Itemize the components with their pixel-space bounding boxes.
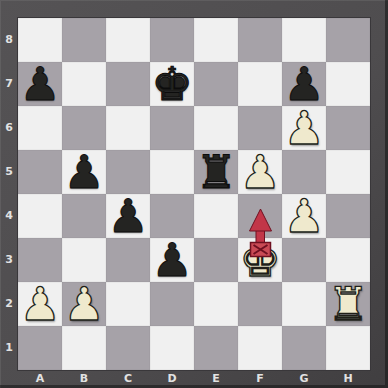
square-c1[interactable] [106, 326, 150, 370]
square-g6[interactable]: ♟ [282, 106, 326, 150]
rank-labels: 87654321 [0, 18, 18, 370]
file-label-h: H [326, 370, 370, 388]
square-f2[interactable] [238, 282, 282, 326]
square-h8[interactable] [326, 18, 370, 62]
piece-white-king[interactable]: ♚ [238, 238, 282, 282]
file-label-c: C [106, 370, 150, 388]
square-d8[interactable] [150, 18, 194, 62]
rank-label-6: 6 [0, 106, 18, 150]
square-b3[interactable] [62, 238, 106, 282]
square-b8[interactable] [62, 18, 106, 62]
square-c5[interactable] [106, 150, 150, 194]
rank-label-8: 8 [0, 18, 18, 62]
piece-black-pawn[interactable]: ♟ [62, 150, 106, 194]
square-a4[interactable] [18, 194, 62, 238]
square-b2[interactable]: ♟ [62, 282, 106, 326]
square-f7[interactable] [238, 62, 282, 106]
square-a1[interactable] [18, 326, 62, 370]
square-c6[interactable] [106, 106, 150, 150]
rank-label-1: 1 [0, 326, 18, 370]
square-g5[interactable] [282, 150, 326, 194]
file-labels: ABCDEFGH [18, 370, 370, 388]
square-a2[interactable]: ♟ [18, 282, 62, 326]
square-h4[interactable] [326, 194, 370, 238]
piece-white-pawn[interactable]: ♟ [18, 282, 62, 326]
square-f1[interactable] [238, 326, 282, 370]
file-label-d: D [150, 370, 194, 388]
square-g2[interactable] [282, 282, 326, 326]
square-f3[interactable]: ♚ [238, 238, 282, 282]
rank-label-3: 3 [0, 238, 18, 282]
piece-black-pawn[interactable]: ♟ [18, 62, 62, 106]
square-e6[interactable] [194, 106, 238, 150]
square-h1[interactable] [326, 326, 370, 370]
rank-label-4: 4 [0, 194, 18, 238]
square-e2[interactable] [194, 282, 238, 326]
piece-black-rook[interactable]: ♜ [194, 150, 238, 194]
square-g3[interactable] [282, 238, 326, 282]
piece-white-pawn[interactable]: ♟ [238, 150, 282, 194]
chess-board-frame: 87654321 ABCDEFGH ♟♚♟♟♟♜♟♟♟♟♚♟♟♜ [0, 0, 388, 388]
square-f8[interactable] [238, 18, 282, 62]
square-b7[interactable] [62, 62, 106, 106]
square-h5[interactable] [326, 150, 370, 194]
square-d2[interactable] [150, 282, 194, 326]
square-a6[interactable] [18, 106, 62, 150]
square-h3[interactable] [326, 238, 370, 282]
piece-white-pawn[interactable]: ♟ [282, 106, 326, 150]
square-c4[interactable]: ♟ [106, 194, 150, 238]
piece-black-pawn[interactable]: ♟ [282, 62, 326, 106]
piece-white-pawn[interactable]: ♟ [62, 282, 106, 326]
square-a7[interactable]: ♟ [18, 62, 62, 106]
file-label-g: G [282, 370, 326, 388]
square-h7[interactable] [326, 62, 370, 106]
square-e3[interactable] [194, 238, 238, 282]
file-label-b: B [62, 370, 106, 388]
square-a3[interactable] [18, 238, 62, 282]
piece-black-pawn[interactable]: ♟ [150, 238, 194, 282]
file-label-f: F [238, 370, 282, 388]
square-e4[interactable] [194, 194, 238, 238]
square-b4[interactable] [62, 194, 106, 238]
square-e8[interactable] [194, 18, 238, 62]
square-f4[interactable] [238, 194, 282, 238]
square-d3[interactable]: ♟ [150, 238, 194, 282]
square-c2[interactable] [106, 282, 150, 326]
piece-black-king[interactable]: ♚ [150, 62, 194, 106]
chess-board: ♟♚♟♟♟♜♟♟♟♟♚♟♟♜ [18, 18, 370, 370]
square-g8[interactable] [282, 18, 326, 62]
square-f5[interactable]: ♟ [238, 150, 282, 194]
piece-black-pawn[interactable]: ♟ [106, 194, 150, 238]
square-c7[interactable] [106, 62, 150, 106]
piece-white-rook[interactable]: ♜ [326, 282, 370, 326]
square-b5[interactable]: ♟ [62, 150, 106, 194]
square-d4[interactable] [150, 194, 194, 238]
square-a8[interactable] [18, 18, 62, 62]
square-b1[interactable] [62, 326, 106, 370]
square-g4[interactable]: ♟ [282, 194, 326, 238]
rank-label-2: 2 [0, 282, 18, 326]
square-d5[interactable] [150, 150, 194, 194]
square-d7[interactable]: ♚ [150, 62, 194, 106]
square-e1[interactable] [194, 326, 238, 370]
square-e5[interactable]: ♜ [194, 150, 238, 194]
square-e7[interactable] [194, 62, 238, 106]
square-d6[interactable] [150, 106, 194, 150]
square-a5[interactable] [18, 150, 62, 194]
square-c3[interactable] [106, 238, 150, 282]
square-d1[interactable] [150, 326, 194, 370]
square-h6[interactable] [326, 106, 370, 150]
square-h2[interactable]: ♜ [326, 282, 370, 326]
rank-label-5: 5 [0, 150, 18, 194]
square-g7[interactable]: ♟ [282, 62, 326, 106]
square-b6[interactable] [62, 106, 106, 150]
file-label-a: A [18, 370, 62, 388]
piece-white-pawn[interactable]: ♟ [282, 194, 326, 238]
square-g1[interactable] [282, 326, 326, 370]
square-f6[interactable] [238, 106, 282, 150]
file-label-e: E [194, 370, 238, 388]
square-c8[interactable] [106, 18, 150, 62]
rank-label-7: 7 [0, 62, 18, 106]
